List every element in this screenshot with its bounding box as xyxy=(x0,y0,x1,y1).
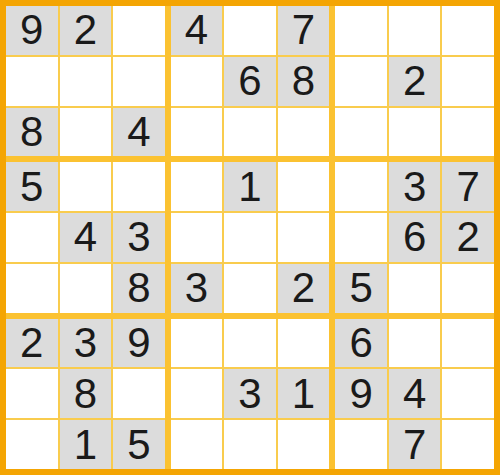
cell-r9c5[interactable] xyxy=(224,420,276,469)
cell-r5c6[interactable] xyxy=(278,213,330,262)
cell-r7c1: 2 xyxy=(6,319,58,368)
cell-r3c2[interactable] xyxy=(60,108,112,157)
cell-r9c2: 1 xyxy=(60,420,112,469)
cell-r8c5: 3 xyxy=(224,369,276,418)
cell-r8c4[interactable] xyxy=(171,369,223,418)
cell-r1c8[interactable] xyxy=(389,6,441,55)
cell-r3c1: 8 xyxy=(6,108,58,157)
cell-r6c8[interactable] xyxy=(389,264,441,313)
cell-r1c6: 7 xyxy=(278,6,330,55)
cell-r9c9[interactable] xyxy=(442,420,494,469)
cell-r4c5: 1 xyxy=(224,162,276,211)
cell-r4c7[interactable] xyxy=(335,162,387,211)
cell-r2c1[interactable] xyxy=(6,57,58,106)
cell-r2c8: 2 xyxy=(389,57,441,106)
cell-r5c3: 3 xyxy=(113,213,165,262)
sudoku-box-8: 31 xyxy=(171,319,330,469)
cell-r1c2: 2 xyxy=(60,6,112,55)
cell-r6c6: 2 xyxy=(278,264,330,313)
cell-r5c9: 2 xyxy=(442,213,494,262)
cell-r9c3: 5 xyxy=(113,420,165,469)
cell-r3c9[interactable] xyxy=(442,108,494,157)
cell-r6c2[interactable] xyxy=(60,264,112,313)
cell-r1c4: 4 xyxy=(171,6,223,55)
sudoku-box-6: 37625 xyxy=(335,162,494,312)
sudoku-box-1: 9284 xyxy=(6,6,165,156)
sudoku-box-7: 239815 xyxy=(6,319,165,469)
sudoku-box-5: 132 xyxy=(171,162,330,312)
cell-r7c3: 9 xyxy=(113,319,165,368)
sudoku-box-9: 6947 xyxy=(335,319,494,469)
sudoku-box-2: 4768 xyxy=(171,6,330,156)
cell-r3c5[interactable] xyxy=(224,108,276,157)
sudoku-box-4: 5438 xyxy=(6,162,165,312)
cell-r8c1[interactable] xyxy=(6,369,58,418)
cell-r9c4[interactable] xyxy=(171,420,223,469)
cell-r4c9: 7 xyxy=(442,162,494,211)
cell-r6c9[interactable] xyxy=(442,264,494,313)
cell-r3c4[interactable] xyxy=(171,108,223,157)
cell-r2c2[interactable] xyxy=(60,57,112,106)
cell-r9c6[interactable] xyxy=(278,420,330,469)
cell-r6c4: 3 xyxy=(171,264,223,313)
cell-r1c1: 9 xyxy=(6,6,58,55)
cell-r4c6[interactable] xyxy=(278,162,330,211)
cell-r8c2: 8 xyxy=(60,369,112,418)
cell-r3c7[interactable] xyxy=(335,108,387,157)
cell-r4c3[interactable] xyxy=(113,162,165,211)
cell-r3c8[interactable] xyxy=(389,108,441,157)
cell-r2c4[interactable] xyxy=(171,57,223,106)
cell-r7c5[interactable] xyxy=(224,319,276,368)
cell-r7c8[interactable] xyxy=(389,319,441,368)
cell-r8c8: 4 xyxy=(389,369,441,418)
cell-r5c1[interactable] xyxy=(6,213,58,262)
sudoku-board: 928447682543813237625239815316947 xyxy=(0,0,500,475)
sudoku-box-3: 2 xyxy=(335,6,494,156)
cell-r6c5[interactable] xyxy=(224,264,276,313)
cell-r2c3[interactable] xyxy=(113,57,165,106)
cell-r1c9[interactable] xyxy=(442,6,494,55)
cell-r8c3[interactable] xyxy=(113,369,165,418)
cell-r4c4[interactable] xyxy=(171,162,223,211)
cell-r6c3: 8 xyxy=(113,264,165,313)
cell-r5c2: 4 xyxy=(60,213,112,262)
cell-r9c8: 7 xyxy=(389,420,441,469)
cell-r2c6: 8 xyxy=(278,57,330,106)
cell-r5c4[interactable] xyxy=(171,213,223,262)
cell-r6c1[interactable] xyxy=(6,264,58,313)
cell-r3c3: 4 xyxy=(113,108,165,157)
cell-r7c7: 6 xyxy=(335,319,387,368)
cell-r1c7[interactable] xyxy=(335,6,387,55)
cell-r8c7: 9 xyxy=(335,369,387,418)
cell-r8c6: 1 xyxy=(278,369,330,418)
cell-r7c2: 3 xyxy=(60,319,112,368)
cell-r4c2[interactable] xyxy=(60,162,112,211)
cell-r7c9[interactable] xyxy=(442,319,494,368)
cell-r1c5[interactable] xyxy=(224,6,276,55)
cell-r9c7[interactable] xyxy=(335,420,387,469)
cell-r2c9[interactable] xyxy=(442,57,494,106)
cell-r7c6[interactable] xyxy=(278,319,330,368)
cell-r1c3[interactable] xyxy=(113,6,165,55)
cell-r2c5: 6 xyxy=(224,57,276,106)
cell-r3c6[interactable] xyxy=(278,108,330,157)
cell-r4c1: 5 xyxy=(6,162,58,211)
cell-r6c7: 5 xyxy=(335,264,387,313)
cell-r4c8: 3 xyxy=(389,162,441,211)
cell-r7c4[interactable] xyxy=(171,319,223,368)
cell-r2c7[interactable] xyxy=(335,57,387,106)
cell-r9c1[interactable] xyxy=(6,420,58,469)
cell-r5c8: 6 xyxy=(389,213,441,262)
cell-r5c5[interactable] xyxy=(224,213,276,262)
cell-r5c7[interactable] xyxy=(335,213,387,262)
cell-r8c9[interactable] xyxy=(442,369,494,418)
